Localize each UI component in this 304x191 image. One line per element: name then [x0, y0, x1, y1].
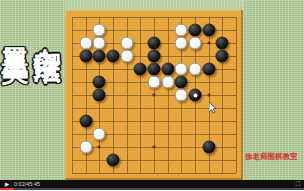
grid-line-horizontal [72, 160, 236, 161]
black-stone [93, 50, 106, 63]
star-point [153, 146, 156, 149]
white-stone [148, 76, 161, 89]
watermark-text: 徐老师围棋教室 [245, 152, 303, 162]
black-stone [202, 24, 215, 37]
black-stone [189, 89, 202, 102]
white-stone [93, 24, 106, 37]
white-stone [189, 37, 202, 50]
black-stone [107, 50, 120, 63]
star-point [207, 94, 210, 97]
mouse-cursor-icon [209, 102, 217, 114]
black-stone [175, 76, 188, 89]
white-stone [79, 37, 92, 50]
black-stone [148, 63, 161, 76]
star-point [207, 42, 210, 45]
last-move-marker [193, 93, 197, 97]
white-stone [79, 141, 92, 154]
black-stone [148, 50, 161, 63]
video-frame[interactable]: 黑王星昊 白偰玹准 徐老师围棋教室 ▶ 0:02/45:45 ⛶ [0, 0, 304, 190]
grid-line-vertical [236, 17, 237, 173]
white-stone [175, 37, 188, 50]
video-control-bar[interactable]: ▶ 0:02/45:45 ⛶ [0, 180, 304, 190]
tatami-background-top [65, 0, 243, 10]
star-point [98, 146, 101, 149]
white-stone [189, 63, 202, 76]
progress-track[interactable] [0, 188, 304, 190]
white-stone [93, 128, 106, 141]
black-player-name-column: 黑王星昊 [1, 26, 28, 38]
white-stone [93, 37, 106, 50]
go-board[interactable] [65, 10, 243, 180]
white-player-name-column: 白偰玹准 [33, 26, 60, 38]
grid-line-horizontal [72, 173, 236, 174]
black-stone [107, 154, 120, 167]
grid-line-vertical [168, 17, 169, 173]
white-stone [161, 76, 174, 89]
black-stone [216, 50, 229, 63]
black-stone [79, 50, 92, 63]
black-stone [202, 141, 215, 154]
black-stone [93, 76, 106, 89]
progress-knob[interactable] [11, 188, 14, 191]
black-stone [148, 37, 161, 50]
star-point [153, 94, 156, 97]
black-stone [161, 63, 174, 76]
time-display: 0:02/45:45 [14, 182, 40, 188]
white-stone [120, 50, 133, 63]
black-stone [216, 37, 229, 50]
black-stone [202, 63, 215, 76]
white-stone [175, 89, 188, 102]
white-stone [120, 37, 133, 50]
play-button-icon[interactable]: ▶ [5, 182, 9, 188]
black-stone [134, 63, 147, 76]
black-stone [79, 115, 92, 128]
black-stone [93, 89, 106, 102]
grid-line-horizontal [72, 121, 236, 122]
white-stone [175, 24, 188, 37]
white-stone [175, 63, 188, 76]
black-stone [189, 24, 202, 37]
fullscreen-icon[interactable]: ⛶ [296, 181, 300, 187]
